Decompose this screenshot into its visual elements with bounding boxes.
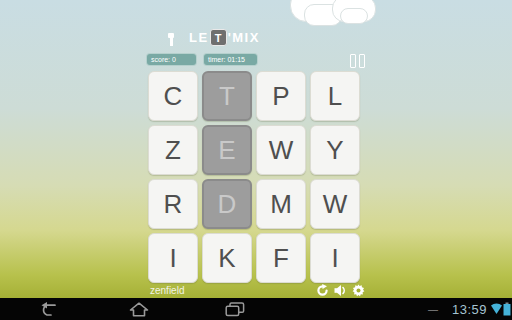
tile-r3c0-I[interactable]: I bbox=[148, 233, 198, 283]
home-button[interactable] bbox=[122, 301, 156, 317]
battery-icon[interactable] bbox=[503, 298, 511, 320]
back-button[interactable] bbox=[31, 301, 65, 317]
logo-boxed-letter: T bbox=[210, 29, 227, 46]
status-clock[interactable]: 13:59 bbox=[452, 298, 487, 320]
android-navbar: — 13:59 bbox=[0, 298, 512, 320]
tile-r3c3-I[interactable]: I bbox=[310, 233, 360, 283]
score-badge: score: 0 bbox=[146, 53, 197, 66]
pause-icon bbox=[359, 54, 365, 68]
tile-r2c3-W[interactable]: W bbox=[310, 179, 360, 229]
tile-r2c0-R[interactable]: R bbox=[148, 179, 198, 229]
letmix-game-screen: LE T ' MIX score: 0 timer: 01:15 CTPLZEW… bbox=[0, 0, 512, 320]
logo-suffix: MIX bbox=[232, 30, 260, 45]
footer-icon-bar bbox=[316, 284, 365, 297]
gear-icon[interactable] bbox=[352, 284, 365, 297]
refresh-icon[interactable] bbox=[316, 284, 329, 297]
tile-r0c0-C[interactable]: C bbox=[148, 71, 198, 121]
cloud-puff bbox=[340, 8, 368, 24]
tile-r0c3-L[interactable]: L bbox=[310, 71, 360, 121]
flag-icon bbox=[168, 33, 175, 46]
back-icon bbox=[37, 302, 59, 317]
sound-icon[interactable] bbox=[334, 284, 347, 297]
wifi-icon[interactable] bbox=[491, 298, 502, 320]
tile-r3c1-K[interactable]: K bbox=[202, 233, 252, 283]
tile-r2c1-D[interactable]: D bbox=[202, 179, 252, 229]
tile-r0c2-P[interactable]: P bbox=[256, 71, 306, 121]
tile-r0c1-T[interactable]: T bbox=[202, 71, 252, 121]
game-logo: LE T ' MIX bbox=[189, 29, 260, 46]
tile-r1c2-W[interactable]: W bbox=[256, 125, 306, 175]
pause-icon bbox=[350, 54, 356, 68]
tile-r1c1-E[interactable]: E bbox=[202, 125, 252, 175]
timer-badge: timer: 01:15 bbox=[203, 53, 258, 66]
tile-r2c2-M[interactable]: M bbox=[256, 179, 306, 229]
tile-r1c0-Z[interactable]: Z bbox=[148, 125, 198, 175]
tile-r1c3-Y[interactable]: Y bbox=[310, 125, 360, 175]
pause-button[interactable] bbox=[350, 54, 366, 68]
logo-prefix: LE bbox=[189, 30, 209, 45]
tile-r3c2-F[interactable]: F bbox=[256, 233, 306, 283]
player-name: zenfield bbox=[150, 285, 184, 296]
recent-apps-button[interactable] bbox=[218, 301, 252, 317]
no-signal-indicator: — bbox=[428, 298, 438, 320]
home-icon bbox=[129, 302, 149, 317]
cloud-decoration bbox=[290, 0, 380, 32]
letter-grid: CTPLZEWYRDMWIKFI bbox=[148, 71, 360, 283]
recent-apps-icon bbox=[225, 302, 245, 317]
